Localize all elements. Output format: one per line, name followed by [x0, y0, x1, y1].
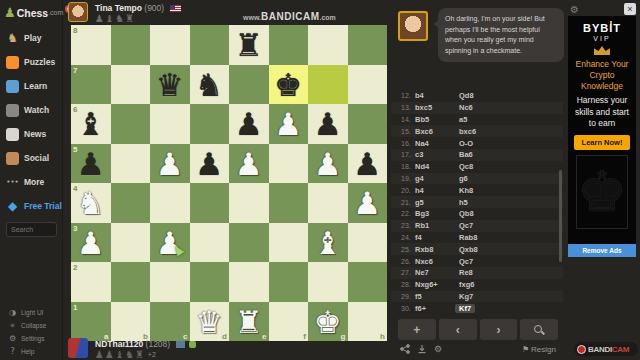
online-badge	[189, 341, 196, 348]
sidebar-item-label: News	[24, 129, 46, 139]
square-d7[interactable]: ♞	[190, 65, 230, 105]
move-row: 16.Na4O-O	[391, 137, 563, 149]
search-input[interactable]	[6, 222, 57, 237]
move-white-17.[interactable]: c3	[415, 150, 459, 159]
settings-icon: ⚙	[8, 334, 17, 343]
move-white-16.[interactable]: Na4	[415, 139, 459, 148]
square-b3[interactable]	[111, 223, 151, 263]
square-g3[interactable]: ♝	[308, 223, 348, 263]
sidebar-footer-help[interactable]: ?Help	[0, 345, 63, 358]
square-h8[interactable]	[348, 25, 388, 65]
sidebar-menu: ♞PlayPuzzlesLearnWatchNewsSocial•••More◆…	[0, 26, 63, 218]
move-number: 19.	[401, 175, 415, 182]
ad-body: Harness your skills and start to earn	[574, 95, 630, 130]
square-h2[interactable]	[348, 262, 388, 302]
square-e3[interactable]	[229, 223, 269, 263]
material-advantage: +2	[148, 351, 156, 358]
square-g1[interactable]: g♚	[308, 302, 348, 342]
move-black-25.[interactable]: Qxb8	[459, 245, 478, 254]
square-f2[interactable]	[269, 262, 309, 302]
square-f5[interactable]	[269, 144, 309, 184]
square-d1[interactable]: d♛	[190, 302, 230, 342]
square-c5[interactable]: ♟	[150, 144, 190, 184]
square-b2[interactable]	[111, 262, 151, 302]
square-g6[interactable]: ♟	[308, 104, 348, 144]
square-d2[interactable]	[190, 262, 230, 302]
magnifier-icon	[534, 325, 544, 335]
move-list-scrollbar[interactable]	[559, 170, 562, 262]
square-h6[interactable]	[348, 104, 388, 144]
move-black-29.[interactable]: Kg7	[459, 292, 473, 301]
square-g5[interactable]: ♟	[308, 144, 348, 184]
square-b5[interactable]	[111, 144, 151, 184]
move-row: 18.Nd4Qc8	[391, 161, 563, 173]
move-row: 30.f6+Kf7	[391, 302, 563, 314]
move-number: 13.	[401, 104, 415, 111]
sidebar-item-label: Learn	[24, 81, 47, 91]
square-c8[interactable]	[150, 25, 190, 65]
move-number: 15.	[401, 128, 415, 135]
country-flag-icon	[176, 341, 185, 348]
move-row: 25.Rxb8Qxb8	[391, 243, 563, 255]
bandicam-text-right: CAM	[612, 345, 629, 354]
move-row: 26.Nxc6Qc7	[391, 255, 563, 267]
next-move-button[interactable]: ›	[480, 319, 518, 340]
square-g8[interactable]	[308, 25, 348, 65]
move-number: 22.	[401, 210, 415, 217]
captured-piece-icon: ♟	[105, 349, 115, 360]
rank-label-8: 8	[73, 26, 77, 35]
square-f6[interactable]: ♟	[269, 104, 309, 144]
move-row: 19.g4g6	[391, 173, 563, 185]
square-c3[interactable]: ♟	[150, 223, 190, 263]
sidebar-item-puzzles[interactable]: Puzzles	[0, 50, 63, 74]
player-bottom-name[interactable]: NDThai1120 (1208)	[95, 339, 196, 349]
square-e2[interactable]	[229, 262, 269, 302]
square-h1[interactable]: h	[348, 302, 388, 342]
piece-white-queen-d1[interactable]: ♛	[190, 302, 230, 342]
resign-flag-icon: ⚑	[522, 345, 529, 354]
move-number: 29.	[401, 293, 415, 300]
sidebar-item-watch[interactable]: Watch	[0, 98, 63, 122]
resign-button[interactable]: ⚑Resign	[522, 345, 556, 354]
move-number: 21.	[401, 199, 415, 206]
move-white-13.[interactable]: bxc5	[415, 103, 459, 112]
sidebar-footer-collapse[interactable]: «Collapse	[0, 319, 63, 332]
move-number: 18.	[401, 163, 415, 170]
sidebar-item-label: Watch	[24, 105, 49, 115]
square-h5[interactable]: ♟	[348, 144, 388, 184]
sidebar-item-news[interactable]: News	[0, 122, 63, 146]
ad-king-image: ♚	[576, 155, 628, 229]
move-list: 12.b4Qd813.bxc5Nc614.Bb5a515.Bxc6bxc616.…	[391, 90, 563, 314]
move-black-12.[interactable]: Qd8	[459, 91, 474, 100]
move-black-15.[interactable]: bxc6	[459, 127, 476, 136]
move-white-25.[interactable]: Rxb8	[415, 245, 459, 254]
sidebar-footer-settings[interactable]: ⚙Settings	[0, 332, 63, 345]
square-c2[interactable]	[150, 262, 190, 302]
sidebar-footer: ◑Light UI«Collapse⚙Settings?Help	[0, 306, 63, 358]
captured-piece-icon: ♝	[115, 349, 125, 360]
settings-gear-icon[interactable]: ⚙	[434, 344, 442, 354]
piece-white-pawn-c3[interactable]: ♟	[150, 223, 190, 263]
square-f7[interactable]: ♚	[269, 65, 309, 105]
sidebar-item-more[interactable]: •••More	[0, 170, 63, 194]
square-a2[interactable]: 2	[71, 262, 111, 302]
captured-piece-icon: ♜	[135, 349, 145, 360]
square-b4[interactable]	[111, 183, 151, 223]
square-f3[interactable]	[269, 223, 309, 263]
move-black-28.[interactable]: fxg6	[459, 280, 474, 289]
move-white-30.[interactable]: f6+	[415, 304, 459, 313]
captured-pieces-top: ♟♝♞♜	[95, 13, 135, 24]
move-white-15.[interactable]: Bxc6	[415, 127, 459, 136]
move-white-23.[interactable]: Rb1	[415, 221, 459, 230]
move-black-16.[interactable]: O-O	[459, 139, 473, 148]
square-d3[interactable]	[190, 223, 230, 263]
sub-controls: ⚙ ⚑Resign	[400, 344, 556, 354]
analysis-button[interactable]	[520, 319, 558, 340]
chess-app-window: ♟ Chess .com 99+ ♞PlayPuzzlesLearnWatchN…	[0, 0, 640, 360]
piece-black-king-f7[interactable]: ♚	[269, 65, 309, 105]
square-h4[interactable]: ♟	[348, 183, 388, 223]
puzzles-icon	[6, 56, 19, 69]
piece-white-pawn-f6[interactable]: ♟	[269, 104, 309, 144]
board: 8♜7♛♞♚6♝♟♟♟5♟♟♟♟♟♟4♞♟3♟♟♝21abcd♛e♜fg♚h	[71, 25, 387, 341]
player-top-name[interactable]: Tina Tempo (900)	[95, 3, 181, 13]
sidebar-item-label: Puzzles	[24, 57, 55, 67]
move-white-19.[interactable]: g4	[415, 174, 459, 183]
move-white-20.[interactable]: h4	[415, 186, 459, 195]
square-b6[interactable]	[111, 104, 151, 144]
sidebar-item-label: Free Trial	[24, 201, 62, 211]
piece-black-pawn-e6[interactable]: ♟	[229, 104, 269, 144]
square-f1[interactable]: f	[269, 302, 309, 342]
chat-area: Oh darling, I'm on your side! But perhap…	[398, 8, 564, 84]
square-e7[interactable]	[229, 65, 269, 105]
share-icon[interactable]	[400, 344, 410, 354]
square-h3[interactable]	[348, 223, 388, 263]
square-g7[interactable]	[308, 65, 348, 105]
captured-piece-icon: ♞	[125, 349, 135, 360]
captured-pieces-bottom: ♟♟♝♞♜+2	[95, 349, 156, 360]
sidebar-footer-label: Settings	[21, 335, 45, 342]
move-row: 21.g5h5	[391, 196, 563, 208]
move-row: 15.Bxc6bxc6	[391, 125, 563, 137]
square-d6[interactable]	[190, 104, 230, 144]
square-a3[interactable]: 3♟	[71, 223, 111, 263]
more-icon: •••	[6, 176, 19, 189]
captured-piece-icon: ♟	[95, 13, 105, 24]
pawn-logo-icon: ♟	[4, 5, 16, 20]
ad-banner[interactable]: BYBIT VIP Enhance Your Crypto Knowledge …	[567, 15, 637, 258]
chat-message: Oh darling, I'm on your side! But perhap…	[445, 15, 545, 54]
piece-black-pawn-h5[interactable]: ♟	[348, 144, 388, 184]
ad-tier: VIP	[593, 35, 610, 42]
rank-label-2: 2	[73, 263, 77, 272]
move-row: 13.bxc5Nc6	[391, 102, 563, 114]
bandicam-dot-icon	[577, 345, 586, 354]
light-ui-icon: ◑	[8, 308, 17, 317]
square-e4[interactable]	[229, 183, 269, 223]
rank-label-1: 1	[73, 303, 77, 312]
square-e5[interactable]: ♟	[229, 144, 269, 184]
square-d8[interactable]	[190, 25, 230, 65]
us-flag-icon	[170, 5, 181, 12]
piece-black-bishop-a6[interactable]: ♝	[71, 104, 111, 144]
move-black-24.[interactable]: Rab8	[459, 233, 477, 242]
logo-text: Chess	[17, 7, 49, 19]
square-f8[interactable]	[269, 25, 309, 65]
logo-suffix: .com	[48, 9, 63, 16]
piece-white-pawn-g5[interactable]: ♟	[308, 144, 348, 184]
move-black-13.[interactable]: Nc6	[459, 103, 473, 112]
news-icon	[6, 128, 19, 141]
black-king-graphic: ♚	[577, 157, 627, 227]
watch-icon	[6, 104, 19, 117]
move-number: 28.	[401, 281, 415, 288]
piece-black-queen-c7[interactable]: ♛	[150, 65, 190, 105]
move-white-28.[interactable]: Nxg6+	[415, 280, 459, 289]
move-row: 12.b4Qd8	[391, 90, 563, 102]
square-e6[interactable]: ♟	[229, 104, 269, 144]
avatar-ndthai1120[interactable]	[68, 338, 88, 358]
square-d5[interactable]: ♟	[190, 144, 230, 184]
square-e1[interactable]: e♜	[229, 302, 269, 342]
piece-black-knight-d7[interactable]: ♞	[190, 65, 230, 105]
chat-settings-gear-icon[interactable]: ⚙	[570, 4, 579, 15]
move-black-23.[interactable]: Qc7	[459, 221, 473, 230]
avatar-tina-tempo[interactable]	[68, 2, 88, 22]
sidebar-item-label: Social	[24, 153, 49, 163]
move-black-18.[interactable]: Qc8	[459, 162, 473, 171]
move-row: 20.h4Kh8	[391, 184, 563, 196]
piece-white-rook-e1[interactable]: ♜	[229, 302, 269, 342]
ad-close-button[interactable]: ×	[624, 3, 636, 15]
ad-brand: BYBIT	[583, 22, 621, 34]
move-white-26.[interactable]: Nxc6	[415, 257, 459, 266]
move-white-18.[interactable]: Nd4	[415, 162, 459, 171]
sidebar-footer-light-ui[interactable]: ◑Light UI	[0, 306, 63, 319]
player-bottom-username: NDThai1120	[95, 339, 143, 349]
resign-label: Resign	[531, 345, 556, 354]
captured-piece-icon: ♟	[95, 349, 105, 360]
square-c4[interactable]	[150, 183, 190, 223]
chat-bubble: Oh darling, I'm on your side! But perhap…	[438, 8, 564, 62]
piece-white-pawn-h4[interactable]: ♟	[348, 183, 388, 223]
square-b8[interactable]	[111, 25, 151, 65]
move-white-14.[interactable]: Bb5	[415, 115, 459, 124]
captured-piece-icon: ♜	[125, 13, 135, 24]
move-black-26.[interactable]: Qc7	[459, 257, 473, 266]
piece-black-rook-e8[interactable]: ♜	[229, 25, 269, 65]
square-h7[interactable]	[348, 65, 388, 105]
square-c7[interactable]: ♛	[150, 65, 190, 105]
move-black-19.[interactable]: g6	[459, 174, 468, 183]
sidebar-item-learn[interactable]: Learn	[0, 74, 63, 98]
move-row: 27.Ne7Re8	[391, 267, 563, 279]
move-row: 17.c3Ba6	[391, 149, 563, 161]
crown-icon	[594, 46, 610, 55]
square-a7[interactable]: 7	[71, 65, 111, 105]
square-d4[interactable]	[190, 183, 230, 223]
move-number: 26.	[401, 258, 415, 265]
square-b1[interactable]: b	[111, 302, 151, 342]
move-white-29.[interactable]: f5	[415, 292, 459, 301]
piece-white-knight-a4[interactable]: ♞	[71, 183, 111, 223]
player-bar-bottom: NDThai1120 (1208) ♟♟♝♞♜+2	[66, 337, 388, 360]
move-black-27.[interactable]: Re8	[459, 268, 473, 277]
square-a5[interactable]: 5♟	[71, 144, 111, 184]
captured-piece-icon: ♝	[105, 13, 115, 24]
sidebar-item-label: Play	[24, 33, 42, 43]
ad-headline: Enhance Your Crypto Knowledge	[571, 59, 633, 92]
add-button[interactable]: +	[398, 319, 436, 340]
player-top-username: Tina Tempo	[95, 3, 142, 13]
move-black-14.[interactable]: a5	[459, 115, 467, 124]
move-row: 29.f5Kg7	[391, 291, 563, 303]
move-number: 14.	[401, 116, 415, 123]
square-e8[interactable]: ♜	[229, 25, 269, 65]
square-b7[interactable]	[111, 65, 151, 105]
sidebar-item-label: More	[24, 177, 44, 187]
learn-icon	[6, 80, 19, 93]
ad-cta-button[interactable]: Learn Now!	[574, 135, 631, 150]
square-c1[interactable]: c	[150, 302, 190, 342]
piece-black-pawn-d5[interactable]: ♟	[190, 144, 230, 184]
player-bar-top: Tina Tempo (900) ♟♝♞♜	[66, 1, 388, 25]
piece-black-pawn-g6[interactable]: ♟	[308, 104, 348, 144]
move-number: 25.	[401, 246, 415, 253]
prev-move-button[interactable]: ‹	[439, 319, 477, 340]
square-a4[interactable]: 4♞	[71, 183, 111, 223]
move-number: 24.	[401, 234, 415, 241]
move-black-17.[interactable]: Ba6	[459, 150, 473, 159]
sidebar-item-free-trial[interactable]: ◆Free Trial	[0, 194, 63, 218]
game-controls: + ‹ ›	[398, 319, 558, 340]
piece-white-pawn-c5[interactable]: ♟	[150, 144, 190, 184]
square-g4[interactable]	[308, 183, 348, 223]
move-row: 22.Bg3Qb8	[391, 208, 563, 220]
move-number: 30.	[401, 305, 415, 312]
move-row: 23.Rb1Qc7	[391, 220, 563, 232]
rank-label-7: 7	[73, 66, 77, 75]
sidebar-item-play[interactable]: ♞Play	[0, 26, 63, 50]
bot-avatar[interactable]	[398, 11, 428, 41]
move-black-20.[interactable]: Kh8	[459, 186, 473, 195]
player-top-rating: (900)	[144, 3, 164, 13]
piece-black-pawn-a5[interactable]: ♟	[71, 144, 111, 184]
square-c6[interactable]	[150, 104, 190, 144]
move-white-21.[interactable]: g5	[415, 198, 459, 207]
move-black-30.[interactable]: Kf7	[459, 304, 475, 313]
piece-white-king-g1[interactable]: ♚	[308, 302, 348, 342]
captured-piece-icon: ♞	[115, 13, 125, 24]
move-black-22.[interactable]: Qb8	[459, 209, 474, 218]
collapse-icon: «	[8, 321, 17, 330]
square-a8[interactable]: 8	[71, 25, 111, 65]
free-trial-icon: ◆	[6, 200, 19, 213]
sidebar: ♟ Chess .com 99+ ♞PlayPuzzlesLearnWatchN…	[0, 0, 63, 360]
square-g2[interactable]	[308, 262, 348, 302]
move-black-21.[interactable]: h5	[459, 198, 468, 207]
move-number: 23.	[401, 222, 415, 229]
square-a1[interactable]: 1a	[71, 302, 111, 342]
move-number: 17.	[401, 151, 415, 158]
move-row: 14.Bb5a5	[391, 114, 563, 126]
move-white-12.[interactable]: b4	[415, 91, 459, 100]
sidebar-footer-label: Collapse	[21, 322, 46, 329]
piece-white-pawn-a3[interactable]: ♟	[71, 223, 111, 263]
move-number: 27.	[401, 269, 415, 276]
bandicam-logo: BANDI CAM	[574, 342, 638, 356]
square-a6[interactable]: 6♝	[71, 104, 111, 144]
move-white-24.[interactable]: f4	[415, 233, 459, 242]
square-f4[interactable]	[269, 183, 309, 223]
sidebar-item-social[interactable]: Social	[0, 146, 63, 170]
player-bottom-rating: (1208)	[146, 339, 171, 349]
social-icon	[6, 152, 19, 165]
move-row: 24.f4Rab8	[391, 232, 563, 244]
sidebar-footer-label: Help	[21, 348, 34, 355]
play-icon: ♞	[6, 32, 19, 45]
bandicam-text-left: BANDI	[588, 345, 612, 354]
move-row: 28.Nxg6+fxg6	[391, 279, 563, 291]
piece-white-bishop-g3[interactable]: ♝	[308, 223, 348, 263]
remove-ads-button[interactable]: Remove Ads	[568, 244, 636, 257]
move-number: 20.	[401, 187, 415, 194]
move-number: 12.	[401, 92, 415, 99]
move-white-22.[interactable]: Bg3	[415, 209, 459, 218]
sidebar-footer-label: Light UI	[21, 309, 43, 316]
move-number: 16.	[401, 140, 415, 147]
download-icon[interactable]	[417, 344, 427, 354]
help-icon: ?	[8, 347, 17, 356]
move-white-27.[interactable]: Ne7	[415, 268, 459, 277]
piece-white-pawn-e5[interactable]: ♟	[229, 144, 269, 184]
